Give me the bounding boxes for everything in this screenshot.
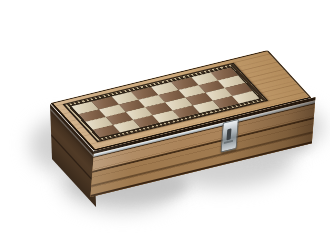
metal-clasp-latch-icon <box>221 119 239 153</box>
clasp-slot <box>226 128 231 140</box>
clasp-bar <box>224 140 233 144</box>
product-photo-scene <box>0 0 330 236</box>
